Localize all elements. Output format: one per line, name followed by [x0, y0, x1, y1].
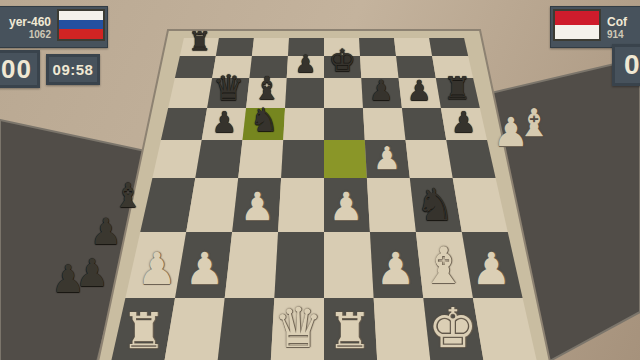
black-pawn-b5[interactable]: ♟: [211, 108, 237, 137]
square-a4[interactable]: [152, 140, 201, 178]
square-b8[interactable]: [216, 38, 254, 56]
white-pawn-c3[interactable]: ♟: [240, 188, 275, 227]
white-king-g1[interactable]: ♚: [428, 300, 477, 355]
square-f8[interactable]: [359, 38, 396, 56]
square-d4[interactable]: [281, 140, 324, 178]
square-c1[interactable]: [218, 298, 275, 360]
black-pawn-f6[interactable]: ♟: [369, 77, 394, 105]
square-e4[interactable]: [324, 140, 367, 178]
square-e2[interactable]: [324, 232, 374, 298]
square-c4[interactable]: [238, 140, 283, 178]
square-h4[interactable]: [446, 140, 495, 178]
game-scene: ♜♚♟♛♝♟♟♜♟♞♟♟♞♟♟♟♟♟♝♟♜♛♜♚♝♟♟♟♟♝ yer-460 1…: [0, 0, 640, 360]
russia-flag-icon: [57, 9, 105, 41]
square-d3[interactable]: [278, 178, 324, 232]
black-pawn-d7[interactable]: ♟: [295, 52, 317, 76]
black-knight-c5[interactable]: ♞: [250, 104, 279, 137]
white-rook-a1[interactable]: ♜: [122, 306, 166, 355]
square-f3[interactable]: [367, 178, 416, 232]
square-a7[interactable]: [175, 56, 216, 78]
square-e5[interactable]: [324, 108, 365, 140]
black-clock: 0: [612, 44, 640, 86]
square-d6[interactable]: [285, 78, 324, 108]
black-rook-a8[interactable]: ♜: [188, 29, 211, 54]
white-secondary-clock: 09:58: [46, 54, 100, 85]
player-panel-black: Cof 914: [550, 6, 640, 48]
square-d5[interactable]: [283, 108, 324, 140]
square-f1[interactable]: [374, 298, 431, 360]
white-player-name: yer-460: [9, 15, 51, 29]
black-pawn-g6[interactable]: ♟: [407, 77, 432, 105]
square-a5[interactable]: [161, 108, 207, 140]
white-pawn-e3[interactable]: ♟: [329, 188, 364, 227]
square-f5[interactable]: [363, 108, 406, 140]
square-b3[interactable]: [186, 178, 238, 232]
white-main-clock: 5:00: [0, 50, 40, 88]
square-c8[interactable]: [252, 38, 289, 56]
black-player-rating: 914: [607, 29, 624, 40]
white-pawn-f4[interactable]: ♟: [373, 143, 401, 174]
square-g8[interactable]: [394, 38, 432, 56]
white-bishop-g2[interactable]: ♝: [421, 241, 466, 291]
square-g4[interactable]: [406, 140, 453, 178]
white-rook-e1[interactable]: ♜: [328, 306, 372, 355]
square-d2[interactable]: [274, 232, 324, 298]
square-a6[interactable]: [168, 78, 212, 108]
player-panel-white: yer-460 1062: [0, 6, 108, 48]
square-b4[interactable]: [195, 140, 242, 178]
black-queen-b6[interactable]: ♛: [213, 70, 245, 105]
black-pawn-h5[interactable]: ♟: [451, 108, 477, 137]
white-pawn-a2[interactable]: ♟: [137, 247, 177, 291]
black-player-name: Cof: [607, 15, 627, 29]
square-e6[interactable]: [324, 78, 363, 108]
square-g5[interactable]: [402, 108, 446, 140]
black-knight-g3[interactable]: ♞: [415, 183, 455, 227]
white-queen-d1[interactable]: ♛: [274, 300, 323, 355]
square-c2[interactable]: [225, 232, 278, 298]
white-pawn-h2[interactable]: ♟: [471, 247, 511, 291]
square-h8[interactable]: [429, 38, 468, 56]
white-pawn-f2[interactable]: ♟: [376, 247, 416, 291]
white-player-rating: 1062: [29, 29, 51, 40]
black-rook-h6[interactable]: ♜: [443, 73, 471, 105]
indonesia-flag-icon: [553, 9, 601, 41]
black-king-e7[interactable]: ♚: [329, 45, 357, 76]
white-pawn-b2[interactable]: ♟: [185, 247, 225, 291]
